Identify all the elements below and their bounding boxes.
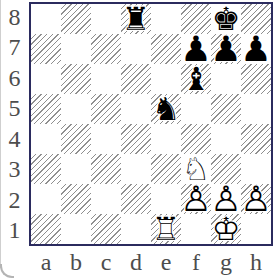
square-a8[interactable] (31, 4, 61, 34)
square-h5[interactable] (241, 94, 271, 124)
square-f3[interactable]: ♞♘ (181, 154, 211, 184)
file-label-h: h (241, 246, 271, 278)
square-d8[interactable]: ♜ (121, 4, 151, 34)
square-b5[interactable] (61, 94, 91, 124)
square-f6[interactable]: ♝ (181, 64, 211, 94)
black-piece-glyph: ♟ (181, 34, 211, 64)
piece-white-rook[interactable]: ♜♖ (151, 214, 181, 244)
piece-black-rook[interactable]: ♜ (121, 4, 151, 34)
square-e3[interactable] (151, 154, 181, 184)
piece-black-pawn[interactable]: ♟ (181, 34, 211, 64)
piece-black-bishop[interactable]: ♝ (181, 64, 211, 94)
white-piece-outline: ♔ (211, 214, 241, 244)
square-c2[interactable] (91, 184, 121, 214)
square-h2[interactable]: ♟♙ (241, 184, 271, 214)
square-e1[interactable]: ♜♖ (151, 214, 181, 244)
white-piece-outline: ♖ (151, 214, 181, 244)
square-h3[interactable] (241, 154, 271, 184)
square-c6[interactable] (91, 64, 121, 94)
square-d1[interactable] (121, 214, 151, 244)
square-b2[interactable] (61, 184, 91, 214)
piece-white-knight[interactable]: ♞♘ (181, 154, 211, 184)
piece-white-king[interactable]: ♚♔ (211, 214, 241, 244)
square-f2[interactable]: ♟♙ (181, 184, 211, 214)
piece-black-pawn[interactable]: ♟ (241, 34, 271, 64)
square-d2[interactable] (121, 184, 151, 214)
rank-label-3: 3 (0, 155, 29, 186)
file-label-b: b (61, 246, 91, 278)
square-e7[interactable] (151, 34, 181, 64)
file-label-g: g (211, 246, 241, 278)
square-d4[interactable] (121, 124, 151, 154)
piece-white-pawn[interactable]: ♟♙ (211, 184, 241, 214)
square-c7[interactable] (91, 34, 121, 64)
file-labels: abcdefgh (31, 246, 271, 278)
square-f7[interactable]: ♟ (181, 34, 211, 64)
square-h1[interactable] (241, 214, 271, 244)
square-g3[interactable] (211, 154, 241, 184)
file-label-d: d (121, 246, 151, 278)
white-piece-outline: ♘ (181, 154, 211, 184)
square-a6[interactable] (31, 64, 61, 94)
file-label-e: e (151, 246, 181, 278)
square-b8[interactable] (61, 4, 91, 34)
black-piece-glyph: ♚ (211, 4, 241, 34)
square-e4[interactable] (151, 124, 181, 154)
white-piece-outline: ♙ (241, 184, 271, 214)
square-a5[interactable] (31, 94, 61, 124)
rank-label-8: 8 (0, 2, 29, 33)
chess-board: ♜♚♟♟♟♝♞♞♘♟♙♟♙♟♙♜♖♚♔ (29, 2, 273, 246)
square-e5[interactable]: ♞ (151, 94, 181, 124)
square-a7[interactable] (31, 34, 61, 64)
square-g2[interactable]: ♟♙ (211, 184, 241, 214)
rank-labels: 87654321 (0, 2, 29, 246)
square-e2[interactable] (151, 184, 181, 214)
square-f8[interactable] (181, 4, 211, 34)
square-b1[interactable] (61, 214, 91, 244)
square-e6[interactable] (151, 64, 181, 94)
square-c4[interactable] (91, 124, 121, 154)
square-a4[interactable] (31, 124, 61, 154)
square-b4[interactable] (61, 124, 91, 154)
square-b6[interactable] (61, 64, 91, 94)
rank-label-4: 4 (0, 124, 29, 155)
square-g8[interactable]: ♚ (211, 4, 241, 34)
square-h7[interactable]: ♟ (241, 34, 271, 64)
chess-diagram: 87654321 ♜♚♟♟♟♝♞♞♘♟♙♟♙♟♙♜♖♚♔ abcdefgh (0, 0, 279, 280)
square-d6[interactable] (121, 64, 151, 94)
rank-label-6: 6 (0, 63, 29, 94)
piece-white-pawn[interactable]: ♟♙ (181, 184, 211, 214)
rank-label-1: 1 (0, 216, 29, 247)
square-c1[interactable] (91, 214, 121, 244)
piece-black-knight[interactable]: ♞ (151, 94, 181, 124)
rank-label-5: 5 (0, 94, 29, 125)
piece-black-pawn[interactable]: ♟ (211, 34, 241, 64)
square-a2[interactable] (31, 184, 61, 214)
square-c8[interactable] (91, 4, 121, 34)
square-a3[interactable] (31, 154, 61, 184)
window-corner-artifact (0, 264, 14, 278)
file-label-f: f (181, 246, 211, 278)
file-label-a: a (31, 246, 61, 278)
white-piece-outline: ♙ (211, 184, 241, 214)
square-e8[interactable] (151, 4, 181, 34)
square-g1[interactable]: ♚♔ (211, 214, 241, 244)
piece-black-king[interactable]: ♚ (211, 4, 241, 34)
black-piece-glyph: ♞ (151, 94, 181, 124)
square-g6[interactable] (211, 64, 241, 94)
square-d3[interactable] (121, 154, 151, 184)
black-piece-glyph: ♟ (211, 34, 241, 64)
rank-label-2: 2 (0, 185, 29, 216)
square-h8[interactable] (241, 4, 271, 34)
square-c3[interactable] (91, 154, 121, 184)
black-piece-glyph: ♜ (121, 4, 151, 34)
square-a1[interactable] (31, 214, 61, 244)
square-d5[interactable] (121, 94, 151, 124)
square-d7[interactable] (121, 34, 151, 64)
black-piece-glyph: ♝ (181, 64, 211, 94)
square-b3[interactable] (61, 154, 91, 184)
square-b7[interactable] (61, 34, 91, 64)
square-f4[interactable] (181, 124, 211, 154)
square-h4[interactable] (241, 124, 271, 154)
square-h6[interactable] (241, 64, 271, 94)
file-label-c: c (91, 246, 121, 278)
piece-white-pawn[interactable]: ♟♙ (241, 184, 271, 214)
square-g4[interactable] (211, 124, 241, 154)
white-piece-outline: ♙ (181, 184, 211, 214)
square-f5[interactable] (181, 94, 211, 124)
black-piece-glyph: ♟ (241, 34, 271, 64)
square-f1[interactable] (181, 214, 211, 244)
rank-label-7: 7 (0, 33, 29, 64)
square-g5[interactable] (211, 94, 241, 124)
square-g7[interactable]: ♟ (211, 34, 241, 64)
square-c5[interactable] (91, 94, 121, 124)
